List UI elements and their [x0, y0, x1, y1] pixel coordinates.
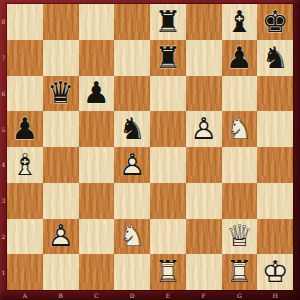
- square-f4[interactable]: [186, 147, 222, 183]
- rank-label-8: 8: [0, 4, 7, 40]
- black-knight-glyph: ♞: [257, 40, 293, 76]
- square-d6[interactable]: [114, 76, 150, 112]
- black-pawn-piece[interactable]: ♟: [7, 111, 43, 147]
- square-b3[interactable]: [43, 183, 79, 219]
- black-rook-glyph: ♜: [150, 4, 186, 40]
- square-h3[interactable]: [257, 183, 293, 219]
- file-label-d: D: [114, 290, 150, 300]
- square-b6[interactable]: ♛: [43, 76, 79, 112]
- black-knight-piece[interactable]: ♞: [114, 111, 150, 147]
- square-g1[interactable]: ♜♖: [222, 254, 258, 290]
- white-pawn-piece[interactable]: ♟♙: [43, 219, 79, 255]
- square-d3[interactable]: [114, 183, 150, 219]
- file-label-a: A: [7, 290, 43, 300]
- white-rook-piece[interactable]: ♜♖: [222, 254, 258, 290]
- black-pawn-glyph: ♟: [79, 76, 115, 112]
- square-a2[interactable]: [7, 219, 43, 255]
- square-f5[interactable]: ♟♙: [186, 111, 222, 147]
- square-c7[interactable]: [79, 40, 115, 76]
- square-b5[interactable]: [43, 111, 79, 147]
- white-knight-piece[interactable]: ♞♘: [222, 111, 258, 147]
- black-pawn-piece[interactable]: ♟: [222, 40, 258, 76]
- square-c5[interactable]: [79, 111, 115, 147]
- square-a6[interactable]: [7, 76, 43, 112]
- file-label-e: E: [150, 290, 186, 300]
- square-g6[interactable]: [222, 76, 258, 112]
- white-bishop-outline: ♗: [7, 147, 43, 183]
- square-e6[interactable]: [150, 76, 186, 112]
- square-f7[interactable]: [186, 40, 222, 76]
- square-d4[interactable]: ♟♙: [114, 147, 150, 183]
- black-queen-piece[interactable]: ♛: [43, 76, 79, 112]
- file-label-f: F: [186, 290, 222, 300]
- file-label-c: C: [79, 290, 115, 300]
- square-a5[interactable]: ♟: [7, 111, 43, 147]
- rank-label-5: 5: [0, 111, 7, 147]
- square-c4[interactable]: [79, 147, 115, 183]
- white-bishop-piece[interactable]: ♝♗: [7, 147, 43, 183]
- white-queen-outline: ♕: [222, 219, 258, 255]
- black-rook-piece[interactable]: ♜: [150, 40, 186, 76]
- black-bishop-piece[interactable]: ♝: [222, 4, 258, 40]
- square-g3[interactable]: [222, 183, 258, 219]
- square-d7[interactable]: [114, 40, 150, 76]
- rank-label-7: 7: [0, 40, 7, 76]
- black-bishop-glyph: ♝: [222, 4, 258, 40]
- rank-label-1: 1: [0, 254, 7, 290]
- black-pawn-piece[interactable]: ♟: [79, 76, 115, 112]
- black-pawn-glyph: ♟: [222, 40, 258, 76]
- white-king-outline: ♔: [257, 254, 293, 290]
- square-e2[interactable]: [150, 219, 186, 255]
- square-c3[interactable]: [79, 183, 115, 219]
- square-a1[interactable]: [7, 254, 43, 290]
- rank-label-6: 6: [0, 76, 7, 112]
- black-king-piece[interactable]: ♚: [257, 4, 293, 40]
- square-g8[interactable]: ♝: [222, 4, 258, 40]
- square-b1[interactable]: [43, 254, 79, 290]
- white-pawn-piece[interactable]: ♟♙: [186, 111, 222, 147]
- black-rook-piece[interactable]: ♜: [150, 4, 186, 40]
- white-rook-outline: ♖: [222, 254, 258, 290]
- square-e4[interactable]: [150, 147, 186, 183]
- square-f6[interactable]: [186, 76, 222, 112]
- black-knight-glyph: ♞: [114, 111, 150, 147]
- square-g7[interactable]: ♟: [222, 40, 258, 76]
- rank-label-3: 3: [0, 183, 7, 219]
- square-b4[interactable]: [43, 147, 79, 183]
- square-h8[interactable]: ♚: [257, 4, 293, 40]
- rank-label-4: 4: [0, 147, 7, 183]
- square-e5[interactable]: [150, 111, 186, 147]
- file-label-g: G: [222, 290, 258, 300]
- rank-label-2: 2: [0, 219, 7, 255]
- square-c8[interactable]: [79, 4, 115, 40]
- square-e7[interactable]: ♜: [150, 40, 186, 76]
- square-d2[interactable]: ♞♘: [114, 219, 150, 255]
- chess-board-frame: ♜♝♚♜♟♞♛♟♟♞♟♙♞♘♝♗♟♙♟♙♞♘♛♕♜♖♜♖♚♔ 87654321A…: [0, 0, 300, 300]
- white-pawn-outline: ♙: [114, 147, 150, 183]
- square-h7[interactable]: ♞: [257, 40, 293, 76]
- square-a4[interactable]: ♝♗: [7, 147, 43, 183]
- square-d5[interactable]: ♞: [114, 111, 150, 147]
- square-c2[interactable]: [79, 219, 115, 255]
- square-h5[interactable]: [257, 111, 293, 147]
- white-king-piece[interactable]: ♚♔: [257, 254, 293, 290]
- square-c6[interactable]: ♟: [79, 76, 115, 112]
- square-d8[interactable]: [114, 4, 150, 40]
- white-knight-piece[interactable]: ♞♘: [114, 219, 150, 255]
- square-e1[interactable]: ♜♖: [150, 254, 186, 290]
- square-a3[interactable]: [7, 183, 43, 219]
- white-rook-outline: ♖: [150, 254, 186, 290]
- file-label-b: B: [43, 290, 79, 300]
- black-pawn-glyph: ♟: [7, 111, 43, 147]
- white-knight-outline: ♘: [114, 219, 150, 255]
- white-pawn-outline: ♙: [186, 111, 222, 147]
- file-label-h: H: [257, 290, 293, 300]
- square-g5[interactable]: ♞♘: [222, 111, 258, 147]
- black-knight-piece[interactable]: ♞: [257, 40, 293, 76]
- square-a7[interactable]: [7, 40, 43, 76]
- square-h1[interactable]: ♚♔: [257, 254, 293, 290]
- square-d1[interactable]: [114, 254, 150, 290]
- square-b7[interactable]: [43, 40, 79, 76]
- square-c1[interactable]: [79, 254, 115, 290]
- square-h4[interactable]: [257, 147, 293, 183]
- square-a8[interactable]: [7, 4, 43, 40]
- square-g4[interactable]: [222, 147, 258, 183]
- square-f1[interactable]: [186, 254, 222, 290]
- square-b2[interactable]: ♟♙: [43, 219, 79, 255]
- white-knight-outline: ♘: [222, 111, 258, 147]
- white-rook-piece[interactable]: ♜♖: [150, 254, 186, 290]
- black-rook-glyph: ♜: [150, 40, 186, 76]
- white-pawn-outline: ♙: [43, 219, 79, 255]
- chess-board: ♜♝♚♜♟♞♛♟♟♞♟♙♞♘♝♗♟♙♟♙♞♘♛♕♜♖♜♖♚♔: [7, 4, 293, 290]
- square-e3[interactable]: [150, 183, 186, 219]
- white-queen-piece[interactable]: ♛♕: [222, 219, 258, 255]
- square-h6[interactable]: [257, 76, 293, 112]
- square-f3[interactable]: [186, 183, 222, 219]
- white-pawn-piece[interactable]: ♟♙: [114, 147, 150, 183]
- black-king-glyph: ♚: [257, 4, 293, 40]
- square-h2[interactable]: [257, 219, 293, 255]
- square-e8[interactable]: ♜: [150, 4, 186, 40]
- square-f8[interactable]: [186, 4, 222, 40]
- black-queen-glyph: ♛: [43, 76, 79, 112]
- square-g2[interactable]: ♛♕: [222, 219, 258, 255]
- square-b8[interactable]: [43, 4, 79, 40]
- square-f2[interactable]: [186, 219, 222, 255]
